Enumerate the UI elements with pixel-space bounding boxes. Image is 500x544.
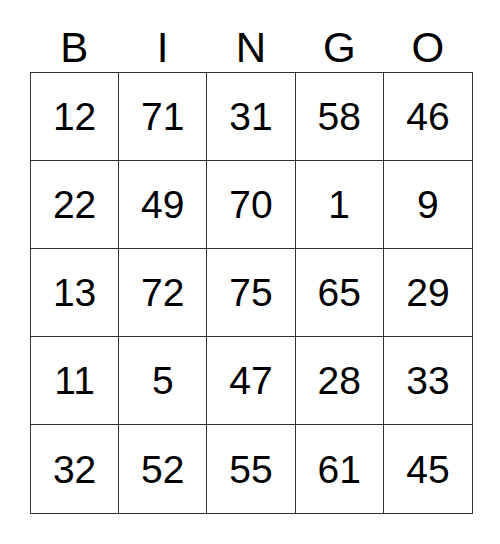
cell-r5-o[interactable]: 45 [384, 425, 472, 513]
column-header-o: O [384, 27, 472, 70]
cell-r2-o[interactable]: 9 [384, 161, 472, 249]
cell-r3-i[interactable]: 72 [119, 249, 207, 337]
cell-r5-i[interactable]: 52 [119, 425, 207, 513]
cell-r5-b[interactable]: 32 [31, 425, 119, 513]
cell-r3-b[interactable]: 13 [31, 249, 119, 337]
bingo-card: B I N G O 12 71 31 58 46 22 49 70 1 9 13… [0, 0, 500, 544]
column-header-b: B [30, 27, 118, 70]
bingo-header-row: B I N G O [30, 0, 472, 70]
cell-r1-n[interactable]: 31 [207, 73, 295, 161]
cell-r1-g[interactable]: 58 [296, 73, 384, 161]
cell-r2-n[interactable]: 70 [207, 161, 295, 249]
column-header-i: I [118, 27, 206, 70]
column-header-g: G [295, 27, 383, 70]
cell-r5-n[interactable]: 55 [207, 425, 295, 513]
cell-r3-o[interactable]: 29 [384, 249, 472, 337]
cell-r4-o[interactable]: 33 [384, 337, 472, 425]
cell-r2-b[interactable]: 22 [31, 161, 119, 249]
cell-r4-b[interactable]: 11 [31, 337, 119, 425]
cell-r1-o[interactable]: 46 [384, 73, 472, 161]
cell-r1-b[interactable]: 12 [31, 73, 119, 161]
bingo-grid: 12 71 31 58 46 22 49 70 1 9 13 72 75 65 … [30, 72, 473, 514]
cell-r3-g[interactable]: 65 [296, 249, 384, 337]
cell-r4-n[interactable]: 47 [207, 337, 295, 425]
cell-r2-i[interactable]: 49 [119, 161, 207, 249]
cell-r2-g[interactable]: 1 [296, 161, 384, 249]
cell-r1-i[interactable]: 71 [119, 73, 207, 161]
cell-r3-n[interactable]: 75 [207, 249, 295, 337]
cell-r4-g[interactable]: 28 [296, 337, 384, 425]
cell-r4-i[interactable]: 5 [119, 337, 207, 425]
column-header-n: N [207, 27, 295, 70]
cell-r5-g[interactable]: 61 [296, 425, 384, 513]
